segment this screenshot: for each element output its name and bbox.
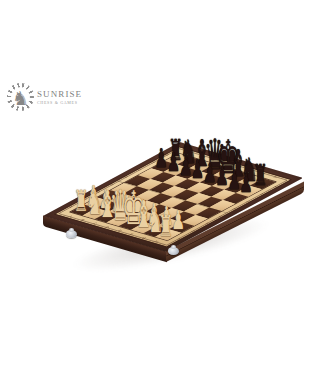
coordinate-label: 2 xyxy=(82,198,87,200)
coordinate-label: 1 xyxy=(68,206,73,208)
coordinate-label: E xyxy=(117,229,123,232)
product-photo: ♞ SUNRISE CHESS & GAMES ABCDEFGH ABCDEFG… xyxy=(0,0,314,369)
knight-icon: ♞ xyxy=(12,88,29,107)
coordinate-label: F xyxy=(248,169,254,172)
coordinate-label: D xyxy=(104,226,110,229)
coordinate-label: A xyxy=(186,151,192,154)
coordinate-label: 6 xyxy=(137,169,142,171)
coordinate-label: 2 xyxy=(190,230,195,232)
coordinate-label: 3 xyxy=(96,191,101,193)
coordinate-label: H xyxy=(153,240,159,243)
metal-clasp-front-icon xyxy=(168,247,179,255)
coordinate-label: 4 xyxy=(109,184,114,186)
sunrise-logo-icon: ♞ xyxy=(7,83,34,111)
brand-tagline: CHESS & GAMES xyxy=(37,100,82,105)
coordinate-label: F xyxy=(129,233,135,236)
coordinate-label: C xyxy=(211,158,217,161)
coordinate-label: G xyxy=(260,172,266,175)
coordinate-label: E xyxy=(236,165,242,168)
coordinate-label: H xyxy=(272,176,278,179)
coordinate-label: 5 xyxy=(231,208,236,210)
brand-logo: ♞ SUNRISE CHESS & GAMES xyxy=(7,83,82,111)
coordinate-label: 1 xyxy=(176,237,181,239)
coordinate-label: C xyxy=(92,222,98,225)
coordinate-label: 5 xyxy=(123,176,128,178)
brand-text: SUNRISE CHESS & GAMES xyxy=(37,90,82,105)
coordinate-label: 7 xyxy=(259,193,264,195)
coordinate-label: 8 xyxy=(272,186,277,188)
black-rook: ♜ xyxy=(168,139,179,162)
coordinate-label: 3 xyxy=(204,223,209,225)
coordinate-label: 6 xyxy=(245,200,250,202)
coordinate-label: G xyxy=(141,237,147,240)
brand-name: SUNRISE xyxy=(37,90,82,99)
coordinate-label: B xyxy=(199,155,205,158)
coordinate-label: D xyxy=(223,162,229,165)
metal-clasp-left-icon xyxy=(66,230,77,238)
coordinate-label: 8 xyxy=(164,154,169,156)
coordinate-label: 7 xyxy=(150,161,155,163)
coordinate-label: 4 xyxy=(218,215,223,217)
coordinate-label: A xyxy=(68,215,74,218)
coordinate-label: B xyxy=(80,219,86,222)
